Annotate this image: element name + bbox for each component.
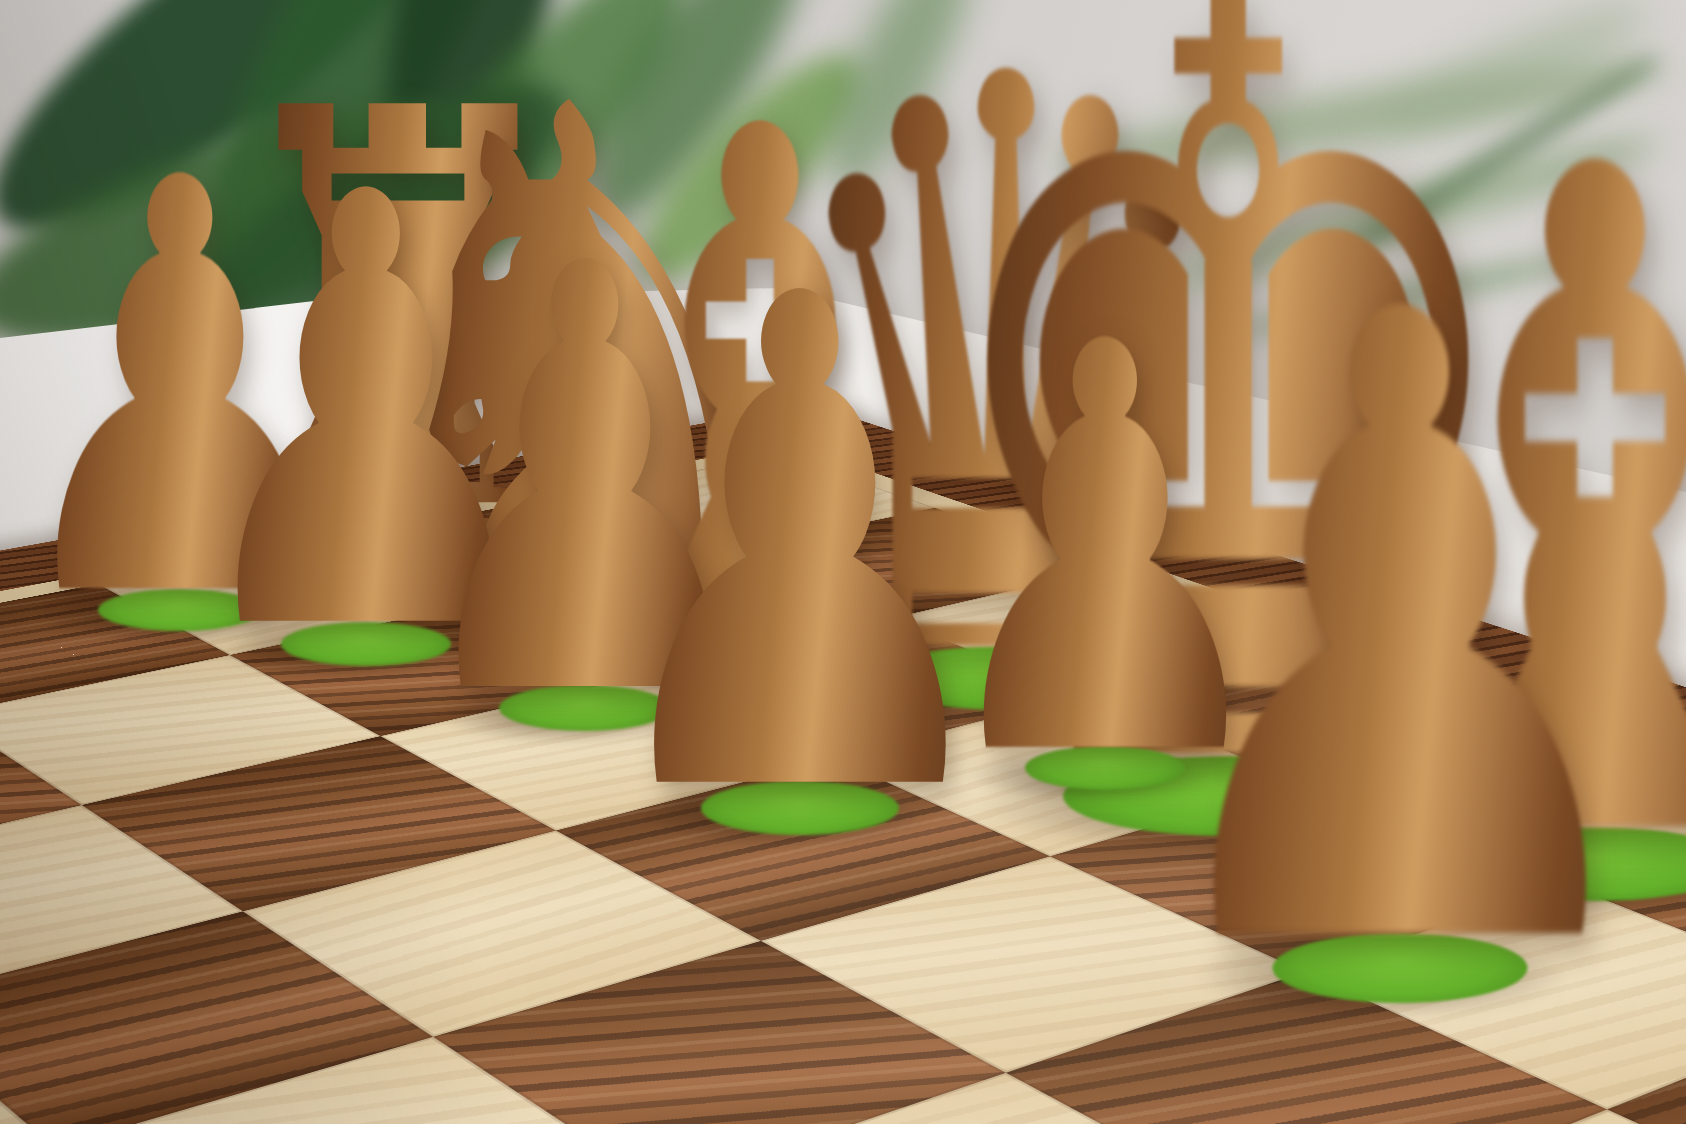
chess-photo-scene: ♜ ♟ ♞ ♟ ♝ ♛ ♚ ♝ ♟ ♟	[0, 0, 1686, 1124]
pawn-glyph: ♟	[582, 260, 1018, 835]
pawn-glyph: ♟	[1122, 269, 1678, 1002]
